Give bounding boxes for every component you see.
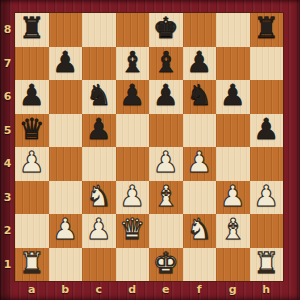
square-e2[interactable] <box>149 214 183 248</box>
square-c4[interactable] <box>82 147 116 181</box>
square-b4[interactable] <box>49 147 83 181</box>
square-g3[interactable]: ♟ <box>216 181 250 215</box>
square-b1[interactable] <box>49 248 83 282</box>
square-d7[interactable]: ♝ <box>116 47 150 81</box>
file-label-a: a <box>15 281 49 300</box>
white-pawn-c2[interactable]: ♟ <box>86 215 112 244</box>
black-pawn-b7[interactable]: ♟ <box>52 48 78 77</box>
square-a8[interactable]: ♜ <box>15 13 49 47</box>
rank-label-7: 7 <box>0 47 15 81</box>
file-label-d: d <box>116 281 150 300</box>
black-pawn-a6[interactable]: ♟ <box>19 81 45 110</box>
white-rook-a1[interactable]: ♜ <box>19 249 45 278</box>
square-d5[interactable] <box>116 114 150 148</box>
rank-label-4: 4 <box>0 147 15 181</box>
square-h2[interactable] <box>250 214 284 248</box>
square-c8[interactable] <box>82 13 116 47</box>
square-h6[interactable] <box>250 80 284 114</box>
square-c5[interactable]: ♟ <box>82 114 116 148</box>
square-h5[interactable]: ♟ <box>250 114 284 148</box>
square-b3[interactable] <box>49 181 83 215</box>
square-h3[interactable]: ♟ <box>250 181 284 215</box>
square-a7[interactable] <box>15 47 49 81</box>
square-g7[interactable] <box>216 47 250 81</box>
black-pawn-f7[interactable]: ♟ <box>186 48 212 77</box>
square-f3[interactable] <box>183 181 217 215</box>
black-knight-c6[interactable]: ♞ <box>86 81 112 110</box>
square-a2[interactable] <box>15 214 49 248</box>
square-b7[interactable]: ♟ <box>49 47 83 81</box>
white-knight-c3[interactable]: ♞ <box>86 182 112 211</box>
white-knight-f2[interactable]: ♞ <box>186 215 212 244</box>
square-e1[interactable]: ♚ <box>149 248 183 282</box>
black-rook-a8[interactable]: ♜ <box>19 14 45 43</box>
square-d2[interactable]: ♛ <box>116 214 150 248</box>
square-e6[interactable]: ♟ <box>149 80 183 114</box>
file-label-g: g <box>216 281 250 300</box>
square-e3[interactable]: ♝ <box>149 181 183 215</box>
square-e8[interactable]: ♚ <box>149 13 183 47</box>
file-label-e: e <box>149 281 183 300</box>
rank-label-3: 3 <box>0 181 15 215</box>
square-a5[interactable]: ♛ <box>15 114 49 148</box>
rank-labels: 87654321 <box>0 13 15 281</box>
white-pawn-h3[interactable]: ♟ <box>253 182 279 211</box>
white-pawn-g3[interactable]: ♟ <box>220 182 246 211</box>
white-bishop-e3[interactable]: ♝ <box>153 182 179 211</box>
black-bishop-d7[interactable]: ♝ <box>119 48 145 77</box>
black-pawn-h5[interactable]: ♟ <box>253 115 279 144</box>
white-bishop-g2[interactable]: ♝ <box>220 215 246 244</box>
file-label-f: f <box>183 281 217 300</box>
chessboard-frame: 87654321 abcdefgh ♜♚♜♟♝♝♟♟♞♟♟♞♟♛♟♟♟♟♟♞♟♝… <box>0 0 300 300</box>
square-f5[interactable] <box>183 114 217 148</box>
square-e7[interactable]: ♝ <box>149 47 183 81</box>
square-d8[interactable] <box>116 13 150 47</box>
square-f4[interactable]: ♟ <box>183 147 217 181</box>
rank-label-2: 2 <box>0 214 15 248</box>
square-b8[interactable] <box>49 13 83 47</box>
square-h7[interactable] <box>250 47 284 81</box>
black-pawn-c5[interactable]: ♟ <box>86 115 112 144</box>
square-h1[interactable]: ♜ <box>250 248 284 282</box>
square-g5[interactable] <box>216 114 250 148</box>
square-d4[interactable] <box>116 147 150 181</box>
file-label-b: b <box>49 281 83 300</box>
square-f6[interactable]: ♞ <box>183 80 217 114</box>
square-f1[interactable] <box>183 248 217 282</box>
square-g4[interactable] <box>216 147 250 181</box>
white-rook-h1[interactable]: ♜ <box>253 249 279 278</box>
black-pawn-d6[interactable]: ♟ <box>119 81 145 110</box>
white-pawn-f4[interactable]: ♟ <box>186 148 212 177</box>
black-pawn-e6[interactable]: ♟ <box>153 81 179 110</box>
rank-label-1: 1 <box>0 248 15 282</box>
square-d3[interactable]: ♟ <box>116 181 150 215</box>
file-label-h: h <box>250 281 284 300</box>
black-king-e8[interactable]: ♚ <box>153 14 179 43</box>
white-queen-d2[interactable]: ♛ <box>119 215 145 244</box>
white-pawn-d3[interactable]: ♟ <box>119 182 145 211</box>
black-bishop-e7[interactable]: ♝ <box>153 48 179 77</box>
white-king-e1[interactable]: ♚ <box>153 249 179 278</box>
square-f2[interactable]: ♞ <box>183 214 217 248</box>
square-c7[interactable] <box>82 47 116 81</box>
square-f7[interactable]: ♟ <box>183 47 217 81</box>
white-pawn-b2[interactable]: ♟ <box>52 215 78 244</box>
square-a6[interactable]: ♟ <box>15 80 49 114</box>
square-a1[interactable]: ♜ <box>15 248 49 282</box>
square-e4[interactable]: ♟ <box>149 147 183 181</box>
white-pawn-e4[interactable]: ♟ <box>153 148 179 177</box>
square-c6[interactable]: ♞ <box>82 80 116 114</box>
white-pawn-a4[interactable]: ♟ <box>19 148 45 177</box>
square-b6[interactable] <box>49 80 83 114</box>
black-queen-a5[interactable]: ♛ <box>19 115 45 144</box>
square-h8[interactable]: ♜ <box>250 13 284 47</box>
square-f8[interactable] <box>183 13 217 47</box>
square-d1[interactable] <box>116 248 150 282</box>
square-g6[interactable]: ♟ <box>216 80 250 114</box>
square-g1[interactable] <box>216 248 250 282</box>
square-a3[interactable] <box>15 181 49 215</box>
square-g2[interactable]: ♝ <box>216 214 250 248</box>
square-a4[interactable]: ♟ <box>15 147 49 181</box>
file-label-c: c <box>82 281 116 300</box>
rank-label-6: 6 <box>0 80 15 114</box>
square-g8[interactable] <box>216 13 250 47</box>
rank-label-5: 5 <box>0 114 15 148</box>
square-c1[interactable] <box>82 248 116 282</box>
square-b2[interactable]: ♟ <box>49 214 83 248</box>
black-pawn-g6[interactable]: ♟ <box>220 81 246 110</box>
square-e5[interactable] <box>149 114 183 148</box>
rank-label-8: 8 <box>0 13 15 47</box>
black-knight-f6[interactable]: ♞ <box>186 81 212 110</box>
square-h4[interactable] <box>250 147 284 181</box>
black-rook-h8[interactable]: ♜ <box>253 14 279 43</box>
board: ♜♚♜♟♝♝♟♟♞♟♟♞♟♛♟♟♟♟♟♞♟♝♟♟♟♟♛♞♝♜♚♜ <box>15 13 283 281</box>
square-d6[interactable]: ♟ <box>116 80 150 114</box>
square-c2[interactable]: ♟ <box>82 214 116 248</box>
square-b5[interactable] <box>49 114 83 148</box>
square-c3[interactable]: ♞ <box>82 181 116 215</box>
file-labels: abcdefgh <box>15 281 283 300</box>
